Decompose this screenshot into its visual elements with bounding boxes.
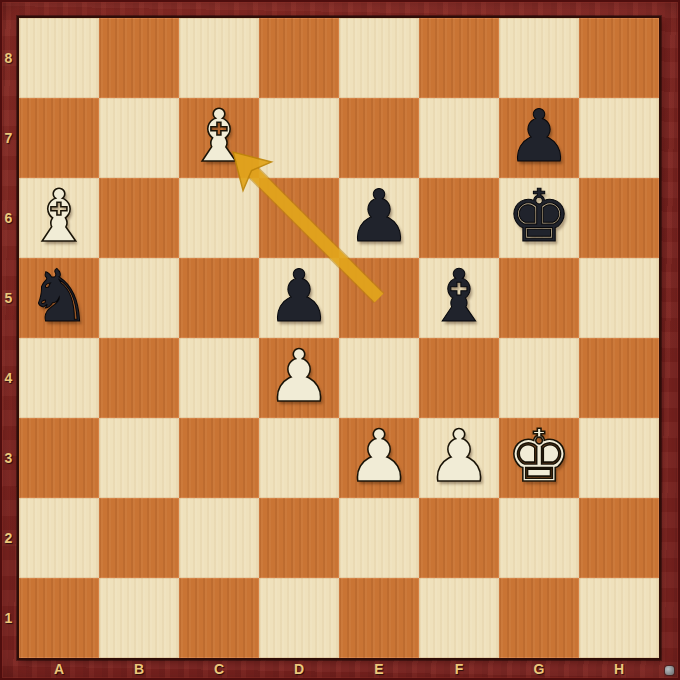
rank-label-5: 5 — [0, 290, 17, 306]
board-frame: ♝♟♝♟♚♞♟♝♟♟♟♚ 87654321 ABCDEFGH — [0, 0, 680, 680]
square-c5[interactable] — [179, 258, 259, 338]
square-g4[interactable] — [499, 338, 579, 418]
square-c2[interactable] — [179, 498, 259, 578]
square-c4[interactable] — [179, 338, 259, 418]
square-d2[interactable] — [259, 498, 339, 578]
square-d3[interactable] — [259, 418, 339, 498]
square-g3[interactable]: ♚ — [499, 418, 579, 498]
square-c3[interactable] — [179, 418, 259, 498]
square-b1[interactable] — [99, 578, 179, 658]
black-knight-a5[interactable]: ♞ — [19, 256, 99, 336]
file-label-f: F — [419, 661, 499, 677]
square-h1[interactable] — [579, 578, 659, 658]
square-e4[interactable] — [339, 338, 419, 418]
file-label-a: A — [19, 661, 99, 677]
black-pawn-g7[interactable]: ♟ — [499, 96, 579, 176]
white-pawn-f3[interactable]: ♟ — [419, 416, 499, 496]
square-e3[interactable]: ♟ — [339, 418, 419, 498]
square-c1[interactable] — [179, 578, 259, 658]
square-b4[interactable] — [99, 338, 179, 418]
black-pawn-e6[interactable]: ♟ — [339, 176, 419, 256]
rank-label-2: 2 — [0, 530, 17, 546]
file-label-d: D — [259, 661, 339, 677]
file-label-h: H — [579, 661, 659, 677]
square-f3[interactable]: ♟ — [419, 418, 499, 498]
square-a3[interactable] — [19, 418, 99, 498]
board-grid: ♝♟♝♟♚♞♟♝♟♟♟♚ — [19, 18, 659, 658]
square-e2[interactable] — [339, 498, 419, 578]
black-bishop-f5[interactable]: ♝ — [419, 256, 499, 336]
square-e5[interactable] — [339, 258, 419, 338]
square-a4[interactable] — [19, 338, 99, 418]
square-f5[interactable]: ♝ — [419, 258, 499, 338]
square-h5[interactable] — [579, 258, 659, 338]
square-a7[interactable] — [19, 98, 99, 178]
square-b2[interactable] — [99, 498, 179, 578]
square-e6[interactable]: ♟ — [339, 178, 419, 258]
square-b7[interactable] — [99, 98, 179, 178]
square-h4[interactable] — [579, 338, 659, 418]
rank-label-7: 7 — [0, 130, 17, 146]
square-h8[interactable] — [579, 18, 659, 98]
square-h6[interactable] — [579, 178, 659, 258]
black-pawn-d5[interactable]: ♟ — [259, 256, 339, 336]
rank-label-1: 1 — [0, 610, 17, 626]
square-d1[interactable] — [259, 578, 339, 658]
white-king-g3[interactable]: ♚ — [499, 416, 579, 496]
file-label-c: C — [179, 661, 259, 677]
square-h7[interactable] — [579, 98, 659, 178]
square-d8[interactable] — [259, 18, 339, 98]
square-h3[interactable] — [579, 418, 659, 498]
file-label-b: B — [99, 661, 179, 677]
square-h2[interactable] — [579, 498, 659, 578]
square-g7[interactable]: ♟ — [499, 98, 579, 178]
square-g8[interactable] — [499, 18, 579, 98]
square-d4[interactable]: ♟ — [259, 338, 339, 418]
square-g5[interactable] — [499, 258, 579, 338]
white-bishop-c7[interactable]: ♝ — [179, 96, 259, 176]
square-e8[interactable] — [339, 18, 419, 98]
file-label-e: E — [339, 661, 419, 677]
square-g1[interactable] — [499, 578, 579, 658]
rank-label-3: 3 — [0, 450, 17, 466]
square-d5[interactable]: ♟ — [259, 258, 339, 338]
square-a6[interactable]: ♝ — [19, 178, 99, 258]
square-b8[interactable] — [99, 18, 179, 98]
square-d7[interactable] — [259, 98, 339, 178]
square-d6[interactable] — [259, 178, 339, 258]
square-f2[interactable] — [419, 498, 499, 578]
square-c7[interactable]: ♝ — [179, 98, 259, 178]
rank-label-8: 8 — [0, 50, 17, 66]
white-bishop-a6[interactable]: ♝ — [19, 176, 99, 256]
rank-label-4: 4 — [0, 370, 17, 386]
square-f7[interactable] — [419, 98, 499, 178]
chess-board: ♝♟♝♟♚♞♟♝♟♟♟♚ — [17, 16, 661, 660]
square-f6[interactable] — [419, 178, 499, 258]
square-g2[interactable] — [499, 498, 579, 578]
square-f4[interactable] — [419, 338, 499, 418]
square-e1[interactable] — [339, 578, 419, 658]
square-a8[interactable] — [19, 18, 99, 98]
square-f1[interactable] — [419, 578, 499, 658]
file-label-g: G — [499, 661, 579, 677]
square-b3[interactable] — [99, 418, 179, 498]
square-f8[interactable] — [419, 18, 499, 98]
square-g6[interactable]: ♚ — [499, 178, 579, 258]
square-e7[interactable] — [339, 98, 419, 178]
square-a5[interactable]: ♞ — [19, 258, 99, 338]
square-b6[interactable] — [99, 178, 179, 258]
white-pawn-d4[interactable]: ♟ — [259, 336, 339, 416]
square-a2[interactable] — [19, 498, 99, 578]
square-a1[interactable] — [19, 578, 99, 658]
square-c8[interactable] — [179, 18, 259, 98]
black-king-g6[interactable]: ♚ — [499, 176, 579, 256]
square-c6[interactable] — [179, 178, 259, 258]
square-b5[interactable] — [99, 258, 179, 338]
rank-label-6: 6 — [0, 210, 17, 226]
resize-grip-dot[interactable] — [665, 666, 674, 675]
white-pawn-e3[interactable]: ♟ — [339, 416, 419, 496]
